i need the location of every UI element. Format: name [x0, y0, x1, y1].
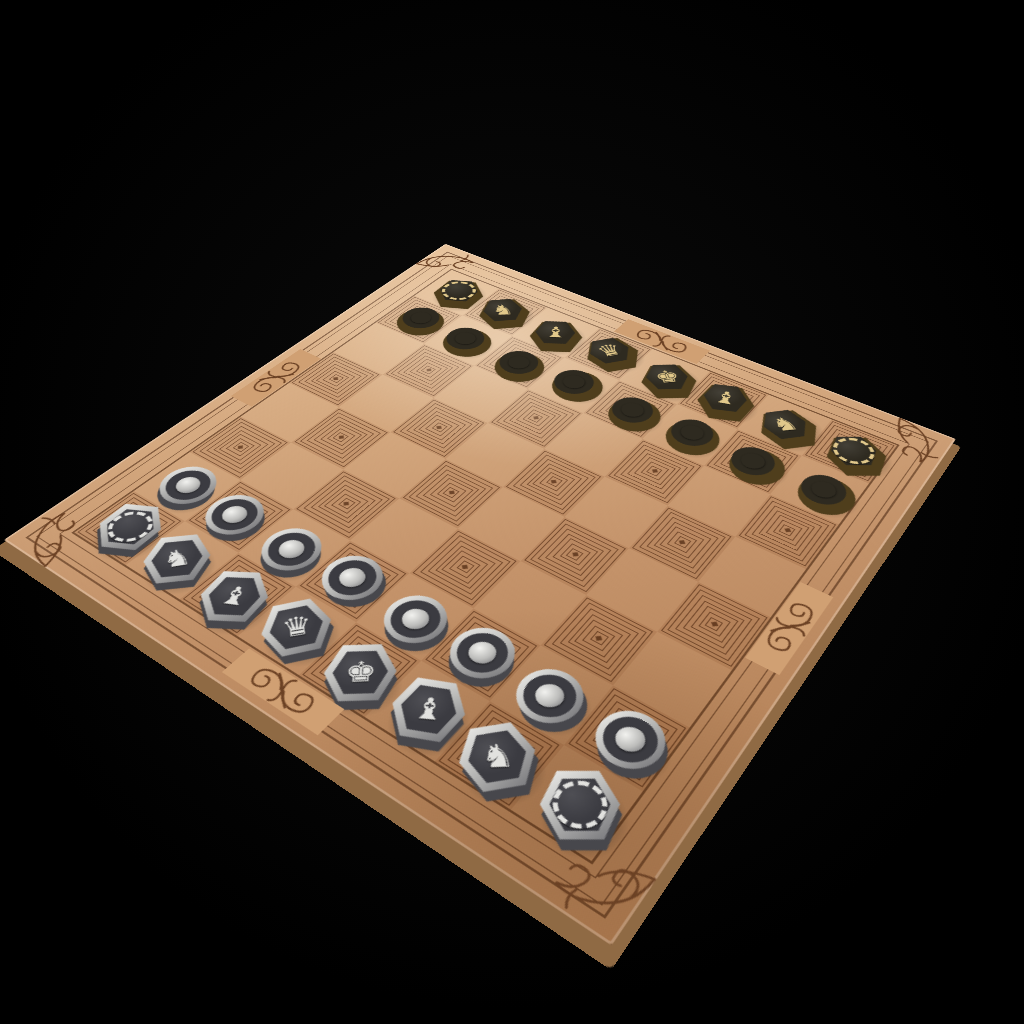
piece-white-pawn[interactable] [317, 551, 388, 606]
piece-white-pawn[interactable] [383, 595, 448, 644]
product-photo-scene: ♞♝♛♚♝♞♞♝♛♚♝♞ [0, 0, 1024, 1024]
queen-symbol: ♛ [280, 612, 314, 642]
piece-black-bishop[interactable]: ♝ [527, 316, 582, 349]
rook-dashed-ring-symbol [829, 438, 879, 465]
piece-black-knight[interactable]: ♞ [473, 294, 533, 327]
piece-white-king[interactable]: ♚ [319, 642, 399, 704]
bishop-symbol: ♝ [543, 325, 567, 340]
bishop-symbol: ♝ [711, 388, 740, 408]
piece-white-pawn[interactable] [443, 624, 520, 683]
piece-black-pawn[interactable] [439, 323, 492, 354]
piece-white-pawn[interactable] [256, 527, 326, 571]
piece-black-king[interactable]: ♚ [635, 359, 700, 394]
piece-black-pawn[interactable] [663, 413, 720, 452]
knight-symbol: ♞ [491, 303, 515, 317]
chess-board: ♞♝♛♚♝♞♞♝♛♚♝♞ [4, 244, 956, 946]
knight-symbol: ♞ [480, 740, 516, 773]
knight-symbol: ♞ [162, 545, 193, 572]
piece-black-bishop[interactable]: ♝ [694, 377, 756, 419]
piece-black-pawn[interactable] [604, 394, 662, 427]
king-symbol: ♚ [343, 658, 376, 687]
piece-white-knight[interactable]: ♞ [451, 718, 545, 798]
bishop-symbol: ♝ [409, 693, 447, 725]
piece-white-pawn[interactable] [594, 711, 669, 769]
pawn-center-dome [615, 727, 647, 751]
piece-black-pawn[interactable] [493, 347, 544, 377]
pieces-layer: ♞♝♛♚♝♞♞♝♛♚♝♞ [71, 269, 899, 865]
piece-white-knight[interactable]: ♞ [139, 531, 214, 586]
pawn-center-dome [508, 356, 530, 369]
